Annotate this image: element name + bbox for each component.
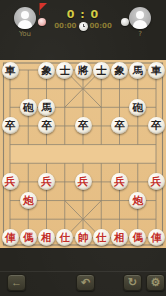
piece-black-卒[interactable]: 卒 xyxy=(2,117,19,134)
piece-black-馬[interactable]: 馬 xyxy=(129,62,146,79)
piece-black-將[interactable]: 將 xyxy=(75,62,92,79)
piece-red-炮[interactable]: 炮 xyxy=(20,192,37,209)
settings-button[interactable]: ⚙ xyxy=(146,274,165,291)
piece-red-帥[interactable]: 帥 xyxy=(75,229,92,246)
toolbar-divider xyxy=(0,271,166,272)
undo-icon: ↶ xyxy=(77,275,94,290)
piece-black-馬[interactable]: 馬 xyxy=(38,99,55,116)
piece-black-砲[interactable]: 砲 xyxy=(129,99,146,116)
top-bar: You 0 : 0 00:00 00:00 ? xyxy=(0,0,166,60)
right-player-name: ? xyxy=(122,30,158,38)
piece-red-仕[interactable]: 仕 xyxy=(93,229,110,246)
piece-black-車[interactable]: 車 xyxy=(2,62,19,79)
right-timer: 00:00 xyxy=(90,22,112,30)
gear-icon: ⚙ xyxy=(147,275,164,290)
piece-black-卒[interactable]: 卒 xyxy=(148,117,165,134)
left-player-name: You xyxy=(3,30,47,38)
river xyxy=(10,145,156,164)
piece-red-俥[interactable]: 俥 xyxy=(2,229,19,246)
piece-black-車[interactable]: 車 xyxy=(148,62,165,79)
score: 0 : 0 xyxy=(53,8,113,21)
piece-red-俥[interactable]: 俥 xyxy=(148,229,165,246)
piece-black-士[interactable]: 士 xyxy=(93,62,110,79)
piece-black-士[interactable]: 士 xyxy=(56,62,73,79)
piece-black-砲[interactable]: 砲 xyxy=(20,99,37,116)
back-icon: ← xyxy=(8,275,25,290)
xiangqi-app: You 0 : 0 00:00 00:00 ? xyxy=(0,0,166,296)
timers: 00:00 00:00 xyxy=(48,21,118,31)
flip-icon: ↻ xyxy=(124,275,141,290)
undo-button[interactable]: ↶ xyxy=(76,274,95,291)
board[interactable]: 車象士將士象馬車砲馬砲卒卒卒卒卒兵兵兵兵兵炮炮俥傌相仕帥仕相傌俥 xyxy=(0,60,166,248)
piece-red-兵[interactable]: 兵 xyxy=(148,173,165,190)
turn-flag-icon xyxy=(39,3,47,15)
piece-red-傌[interactable]: 傌 xyxy=(20,229,37,246)
back-button[interactable]: ← xyxy=(7,274,26,291)
piece-black-象[interactable]: 象 xyxy=(111,62,128,79)
bottom-toolbar: ← ↶ ↻ ⚙ xyxy=(0,248,166,296)
piece-black-卒[interactable]: 卒 xyxy=(75,117,92,134)
left-player-avatar[interactable] xyxy=(14,7,36,29)
board-grid xyxy=(0,60,166,248)
black-side-marker-icon xyxy=(121,18,129,26)
piece-black-象[interactable]: 象 xyxy=(38,62,55,79)
flip-board-button[interactable]: ↻ xyxy=(123,274,142,291)
right-player-avatar[interactable] xyxy=(129,7,151,29)
piece-red-兵[interactable]: 兵 xyxy=(75,173,92,190)
piece-red-兵[interactable]: 兵 xyxy=(2,173,19,190)
red-side-marker-icon xyxy=(38,18,46,26)
clock-icon xyxy=(79,22,88,31)
left-timer: 00:00 xyxy=(54,22,76,30)
